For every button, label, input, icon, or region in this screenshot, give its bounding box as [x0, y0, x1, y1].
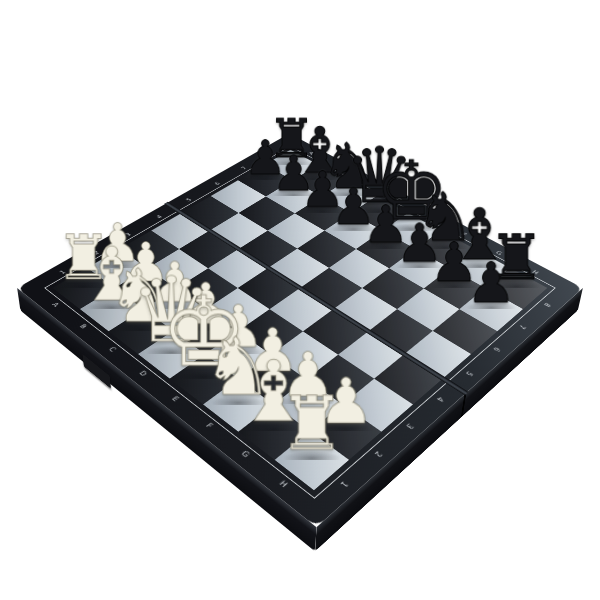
rank-label-left-8: 8 [266, 151, 273, 155]
rank-label-left-4: 4 [155, 214, 163, 219]
file-label-far-a: A [307, 151, 314, 155]
rank-label-left-7: 7 [240, 166, 247, 170]
file-label-far-c: C [365, 181, 373, 186]
scene: AABBCCDDEEFFGGHH8877665544332211♜♝♞♛♚♞♝♜… [0, 0, 600, 600]
inner-border-line [44, 146, 556, 499]
file-label-near-h: H [278, 479, 289, 488]
clasp-latch [83, 354, 111, 389]
rank-label-left-3: 3 [124, 232, 132, 237]
file-label-near-c: C [108, 346, 118, 353]
file-label-near-a: A [51, 301, 60, 307]
file-label-far-b: B [336, 166, 344, 170]
file-label-far-f: F [461, 232, 468, 237]
rank-label-left-2: 2 [92, 250, 100, 255]
rank-label-left-5: 5 [185, 197, 193, 202]
rank-label-right-2: 2 [372, 450, 383, 458]
rank-label-right-8: 8 [542, 301, 551, 307]
rank-label-right-5: 5 [464, 370, 474, 377]
file-label-near-g: G [240, 449, 251, 458]
rank-label-right-7: 7 [517, 323, 526, 329]
file-label-far-d: D [395, 197, 403, 202]
file-label-far-h: H [531, 269, 540, 275]
file-label-near-d: D [138, 370, 148, 378]
rank-label-left-1: 1 [58, 269, 66, 275]
file-label-near-f: F [205, 422, 215, 429]
rank-label-right-3: 3 [404, 422, 414, 430]
rank-label-left-6: 6 [213, 181, 221, 185]
rank-label-right-1: 1 [338, 479, 349, 488]
file-label-far-g: G [495, 250, 504, 256]
file-label-far-e: E [427, 214, 435, 219]
rank-label-right-4: 4 [435, 395, 445, 402]
product-photo: AABBCCDDEEFFGGHH8877665544332211♜♝♞♛♚♞♝♜… [0, 0, 600, 600]
file-label-near-e: E [171, 395, 181, 402]
rank-label-right-6: 6 [491, 346, 501, 353]
chess-board: AABBCCDDEEFFGGHH8877665544332211♜♝♞♛♚♞♝♜… [17, 134, 583, 528]
file-label-near-b: B [79, 323, 89, 329]
side-seam-gap [461, 393, 467, 418]
